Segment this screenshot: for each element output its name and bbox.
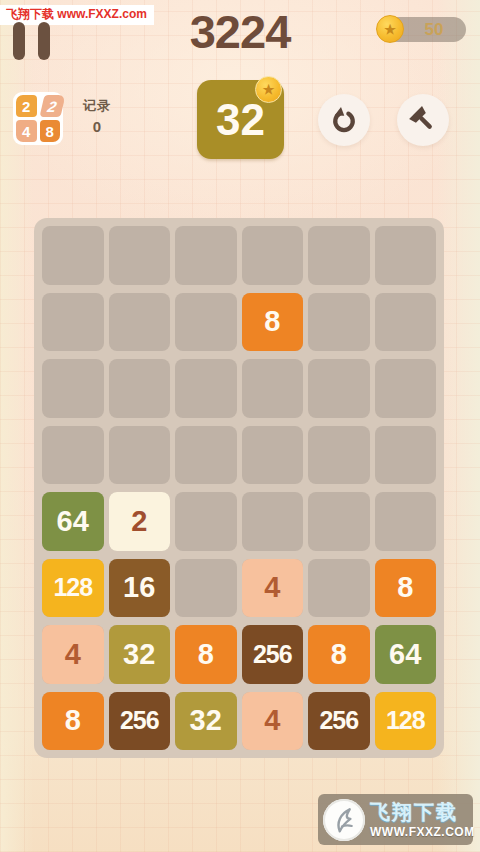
board-cell [308,226,370,285]
watermark-url: WWW.FXXZ.COM [370,826,475,838]
score-display: 3224 [140,4,340,59]
tile-256: 256 [109,692,171,751]
star-coin-icon: ★ [255,76,282,103]
undo-button[interactable] [318,94,370,146]
board-cell [375,359,437,418]
board-cell [242,492,304,551]
board-cell [109,359,171,418]
board-cell [42,293,104,352]
current-tile-value: 32 [216,95,265,145]
board-cell: 2 [109,492,171,551]
board-cell: 32 [109,625,171,684]
board-cell: 4 [242,559,304,618]
tile-128: 128 [42,559,104,618]
tile-32: 32 [175,692,237,751]
pause-button[interactable] [13,22,53,60]
record-label: 记录 [73,97,121,115]
board-cell: 8 [242,293,304,352]
tile-8: 8 [308,625,370,684]
record-value: 0 [73,118,121,135]
board-cell [175,226,237,285]
board-cell [242,359,304,418]
tile-4: 4 [242,692,304,751]
board-grid[interactable]: 8642128164843282568648256324256128 [34,218,444,758]
board-cell: 4 [42,625,104,684]
board-cell [175,293,237,352]
coin-counter[interactable]: ★ 50 [378,17,466,42]
board-cell [42,426,104,485]
logo-tile-2: 2 [39,95,65,117]
board-cell [175,359,237,418]
tile-4: 4 [242,559,304,618]
board-cell: 64 [42,492,104,551]
tile-8: 8 [375,559,437,618]
game-screen: 飞翔下载 www.FXXZ.com 3224 ★ 50 2248 记录 0 32… [0,0,480,852]
board-cell [308,426,370,485]
board-cell [175,559,237,618]
fxxz-wing-logo-icon [323,799,365,841]
pause-icon [13,22,25,60]
board-cell [242,226,304,285]
tile-128: 128 [375,692,437,751]
board-cell: 128 [375,692,437,751]
undo-rotate-icon [329,105,359,135]
tile-8: 8 [175,625,237,684]
board-cell [375,492,437,551]
board-cell: 4 [242,692,304,751]
board-cell [175,492,237,551]
logo-tile-2: 2 [16,95,37,117]
board-cell [175,426,237,485]
tile-8: 8 [42,692,104,751]
board-cell [375,226,437,285]
board-cell: 256 [109,692,171,751]
board-cell: 32 [175,692,237,751]
board-cell [42,226,104,285]
bottom-watermark: 飞翔下载 WWW.FXXZ.COM [318,794,473,845]
board-cell: 256 [242,625,304,684]
tile-32: 32 [109,625,171,684]
tile-256: 256 [308,692,370,751]
tile-64: 64 [375,625,437,684]
board-cell: 256 [308,692,370,751]
tile-8: 8 [242,293,304,352]
board-cell [308,359,370,418]
board-cell [308,559,370,618]
tile-256: 256 [242,625,304,684]
record-block: 记录 0 [73,97,121,135]
board-cell [308,492,370,551]
board-cell: 8 [42,692,104,751]
game-logo: 2248 [13,92,63,145]
tile-2: 2 [109,492,171,551]
tile-64: 64 [42,492,104,551]
board-cell [242,426,304,485]
pause-icon [38,22,50,60]
logo-tile-4: 4 [16,120,37,142]
board-cell: 8 [308,625,370,684]
board-cell: 128 [42,559,104,618]
board-cell: 16 [109,559,171,618]
board-cell: 64 [375,625,437,684]
board-cell [109,426,171,485]
tile-16: 16 [109,559,171,618]
board-cell [375,293,437,352]
board-cell [308,293,370,352]
watermark-title: 飞翔下载 [370,802,475,822]
board-cell [109,293,171,352]
current-tile-preview: 32 ★ [197,80,284,159]
hammer-button[interactable] [397,94,449,146]
coin-icon: ★ [376,15,404,43]
hammer-icon [408,105,438,135]
tile-4: 4 [42,625,104,684]
board-cell [42,359,104,418]
board-cell [375,426,437,485]
board-cell: 8 [375,559,437,618]
board-cell [109,226,171,285]
logo-tile-8: 8 [40,120,61,142]
board-cell: 8 [175,625,237,684]
coin-count: 50 [410,17,458,42]
